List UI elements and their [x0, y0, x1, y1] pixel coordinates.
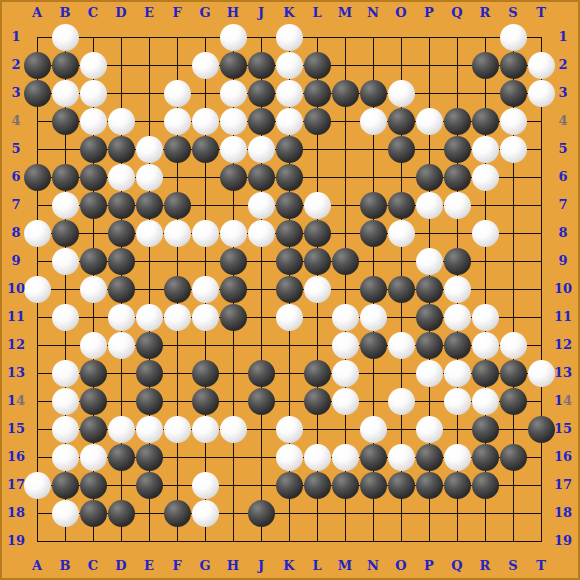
row-label-right-9: 9 [549, 253, 577, 269]
white-stone[interactable] [52, 444, 79, 471]
black-stone[interactable] [472, 416, 499, 443]
white-stone[interactable] [416, 360, 443, 387]
white-stone[interactable] [304, 444, 331, 471]
white-stone[interactable] [80, 276, 107, 303]
white-stone[interactable] [276, 52, 303, 79]
white-stone[interactable] [108, 304, 135, 331]
white-stone[interactable] [52, 416, 79, 443]
white-stone[interactable] [248, 192, 275, 219]
black-stone[interactable] [136, 444, 163, 471]
black-stone[interactable] [304, 52, 331, 79]
white-stone[interactable] [108, 164, 135, 191]
black-stone[interactable] [192, 136, 219, 163]
white-stone[interactable] [136, 304, 163, 331]
white-stone[interactable] [192, 416, 219, 443]
row-label-left-4: 4 [2, 113, 30, 129]
white-stone[interactable] [332, 444, 359, 471]
black-stone[interactable] [52, 472, 79, 499]
black-stone[interactable] [80, 136, 107, 163]
white-stone[interactable] [388, 388, 415, 415]
black-stone[interactable] [108, 248, 135, 275]
white-stone[interactable] [444, 276, 471, 303]
column-label-bottom-G: G [191, 558, 219, 574]
row-label-left-2: 2 [2, 57, 30, 73]
white-stone[interactable] [192, 472, 219, 499]
column-label-top-H: H [219, 5, 247, 21]
column-label-top-G: G [191, 5, 219, 21]
row-label-left-17: 17 [2, 477, 30, 493]
black-stone[interactable] [164, 192, 191, 219]
white-stone[interactable] [80, 80, 107, 107]
black-stone[interactable] [52, 52, 79, 79]
white-stone[interactable] [360, 304, 387, 331]
row-label-right-5: 5 [549, 141, 577, 157]
black-stone[interactable] [416, 472, 443, 499]
white-stone[interactable] [136, 220, 163, 247]
black-stone[interactable] [472, 444, 499, 471]
row-label-left-16: 16 [2, 449, 30, 465]
column-label-top-O: O [387, 5, 415, 21]
black-stone[interactable] [444, 472, 471, 499]
white-stone[interactable] [360, 108, 387, 135]
white-stone[interactable] [80, 444, 107, 471]
white-stone[interactable] [164, 108, 191, 135]
white-stone[interactable] [248, 220, 275, 247]
black-stone[interactable] [304, 220, 331, 247]
go-board-screen: AABBCCDDEEFFGGHHJJKKLLMMNNOOPPQQRRSSTT11… [0, 0, 580, 580]
black-stone[interactable] [360, 332, 387, 359]
black-stone[interactable] [416, 444, 443, 471]
black-stone[interactable] [108, 136, 135, 163]
row-label-left-9: 9 [2, 253, 30, 269]
black-stone[interactable] [304, 108, 331, 135]
black-stone[interactable] [304, 248, 331, 275]
black-stone[interactable] [80, 192, 107, 219]
black-stone[interactable] [388, 472, 415, 499]
column-label-top-A: A [23, 5, 51, 21]
black-stone[interactable] [108, 192, 135, 219]
black-stone[interactable] [360, 276, 387, 303]
column-label-top-R: R [471, 5, 499, 21]
white-stone[interactable] [108, 108, 135, 135]
white-stone[interactable] [220, 136, 247, 163]
black-stone[interactable] [388, 276, 415, 303]
white-stone[interactable] [472, 220, 499, 247]
white-stone[interactable] [136, 136, 163, 163]
black-stone[interactable] [304, 472, 331, 499]
white-stone[interactable] [304, 192, 331, 219]
column-label-bottom-K: K [275, 558, 303, 574]
black-stone[interactable] [220, 52, 247, 79]
black-stone[interactable] [444, 136, 471, 163]
white-stone[interactable] [108, 416, 135, 443]
white-stone[interactable] [52, 388, 79, 415]
black-stone[interactable] [80, 388, 107, 415]
black-stone[interactable] [276, 472, 303, 499]
white-stone[interactable] [416, 108, 443, 135]
black-stone[interactable] [444, 108, 471, 135]
black-stone[interactable] [500, 444, 527, 471]
white-stone[interactable] [472, 388, 499, 415]
white-stone[interactable] [500, 332, 527, 359]
white-stone[interactable] [220, 220, 247, 247]
white-stone[interactable] [304, 276, 331, 303]
white-stone[interactable] [472, 332, 499, 359]
black-stone[interactable] [444, 164, 471, 191]
black-stone[interactable] [472, 472, 499, 499]
black-stone[interactable] [360, 472, 387, 499]
white-stone[interactable] [220, 24, 247, 51]
black-stone[interactable] [52, 220, 79, 247]
row-label-right-4: 4 [549, 113, 577, 129]
column-label-bottom-J: J [247, 558, 275, 574]
white-stone[interactable] [52, 24, 79, 51]
white-stone[interactable] [388, 332, 415, 359]
column-label-bottom-C: C [79, 558, 107, 574]
white-stone[interactable] [276, 24, 303, 51]
white-stone[interactable] [164, 220, 191, 247]
white-stone[interactable] [220, 416, 247, 443]
white-stone[interactable] [52, 304, 79, 331]
row-label-left-12: 12 [2, 337, 30, 353]
white-stone[interactable] [164, 304, 191, 331]
row-label-right-1: 1 [549, 29, 577, 45]
black-stone[interactable] [80, 360, 107, 387]
white-stone[interactable] [360, 416, 387, 443]
black-stone[interactable] [136, 360, 163, 387]
white-stone[interactable] [192, 500, 219, 527]
column-label-top-E: E [135, 5, 163, 21]
column-label-bottom-L: L [303, 558, 331, 574]
column-label-top-L: L [303, 5, 331, 21]
row-label-left-8: 8 [2, 225, 30, 241]
white-stone[interactable] [332, 332, 359, 359]
black-stone[interactable] [360, 444, 387, 471]
white-stone[interactable] [52, 248, 79, 275]
white-stone[interactable] [164, 416, 191, 443]
white-stone[interactable] [136, 416, 163, 443]
black-stone[interactable] [360, 80, 387, 107]
black-stone[interactable] [164, 136, 191, 163]
black-stone[interactable] [248, 360, 275, 387]
column-label-top-J: J [247, 5, 275, 21]
white-stone[interactable] [52, 80, 79, 107]
black-stone[interactable] [108, 500, 135, 527]
black-stone[interactable] [220, 248, 247, 275]
white-stone[interactable] [192, 276, 219, 303]
white-stone[interactable] [192, 52, 219, 79]
column-label-top-Q: Q [443, 5, 471, 21]
black-stone[interactable] [304, 388, 331, 415]
row-label-left-5: 5 [2, 141, 30, 157]
white-stone[interactable] [444, 388, 471, 415]
black-stone[interactable] [108, 220, 135, 247]
column-label-bottom-Q: Q [443, 558, 471, 574]
black-stone[interactable] [388, 192, 415, 219]
column-label-bottom-B: B [51, 558, 79, 574]
white-stone[interactable] [332, 360, 359, 387]
black-stone[interactable] [248, 388, 275, 415]
white-stone[interactable] [80, 108, 107, 135]
black-stone[interactable] [108, 444, 135, 471]
row-label-left-13: 13 [2, 365, 30, 381]
row-label-right-8: 8 [549, 225, 577, 241]
column-label-bottom-M: M [331, 558, 359, 574]
column-label-bottom-R: R [471, 558, 499, 574]
black-stone[interactable] [500, 360, 527, 387]
black-stone[interactable] [136, 332, 163, 359]
white-stone[interactable] [332, 388, 359, 415]
black-stone[interactable] [220, 276, 247, 303]
black-stone[interactable] [500, 52, 527, 79]
black-stone[interactable] [444, 332, 471, 359]
row-label-left-1: 1 [2, 29, 30, 45]
black-stone[interactable] [472, 52, 499, 79]
black-stone[interactable] [220, 164, 247, 191]
black-stone[interactable] [80, 472, 107, 499]
column-label-top-T: T [527, 5, 555, 21]
black-stone[interactable] [248, 108, 275, 135]
black-stone[interactable] [80, 248, 107, 275]
white-stone[interactable] [52, 360, 79, 387]
black-stone[interactable] [276, 248, 303, 275]
black-stone[interactable] [80, 500, 107, 527]
black-stone[interactable] [332, 80, 359, 107]
white-stone[interactable] [192, 304, 219, 331]
row-label-left-3: 3 [2, 85, 30, 101]
column-label-bottom-E: E [135, 558, 163, 574]
black-stone[interactable] [276, 220, 303, 247]
black-stone[interactable] [192, 360, 219, 387]
black-stone[interactable] [52, 108, 79, 135]
white-stone[interactable] [80, 52, 107, 79]
row-label-left-15: 15 [2, 421, 30, 437]
black-stone[interactable] [108, 276, 135, 303]
black-stone[interactable] [416, 304, 443, 331]
black-stone[interactable] [444, 248, 471, 275]
row-label-right-10: 10 [549, 281, 577, 297]
row-label-right-15: 15 [549, 421, 577, 437]
white-stone[interactable] [500, 24, 527, 51]
black-stone[interactable] [360, 220, 387, 247]
column-label-bottom-S: S [499, 558, 527, 574]
white-stone[interactable] [164, 80, 191, 107]
black-stone[interactable] [388, 108, 415, 135]
white-stone[interactable] [80, 332, 107, 359]
white-stone[interactable] [136, 164, 163, 191]
black-stone[interactable] [276, 164, 303, 191]
white-stone[interactable] [388, 444, 415, 471]
black-stone[interactable] [304, 360, 331, 387]
column-label-top-P: P [415, 5, 443, 21]
white-stone[interactable] [192, 220, 219, 247]
white-stone[interactable] [472, 304, 499, 331]
black-stone[interactable] [136, 388, 163, 415]
black-stone[interactable] [52, 164, 79, 191]
column-label-top-F: F [163, 5, 191, 21]
white-stone[interactable] [388, 220, 415, 247]
row-label-right-13: 13 [549, 365, 577, 381]
column-label-top-M: M [331, 5, 359, 21]
column-label-top-D: D [107, 5, 135, 21]
white-stone[interactable] [108, 332, 135, 359]
black-stone[interactable] [500, 80, 527, 107]
column-label-bottom-F: F [163, 558, 191, 574]
black-stone[interactable] [136, 472, 163, 499]
column-label-bottom-P: P [415, 558, 443, 574]
row-label-right-3: 3 [549, 85, 577, 101]
white-stone[interactable] [388, 80, 415, 107]
row-label-left-18: 18 [2, 505, 30, 521]
black-stone[interactable] [388, 136, 415, 163]
column-label-bottom-D: D [107, 558, 135, 574]
black-stone[interactable] [332, 248, 359, 275]
black-stone[interactable] [248, 164, 275, 191]
white-stone[interactable] [500, 108, 527, 135]
white-stone[interactable] [444, 444, 471, 471]
column-label-top-C: C [79, 5, 107, 21]
white-stone[interactable] [192, 108, 219, 135]
white-stone[interactable] [500, 136, 527, 163]
white-stone[interactable] [220, 108, 247, 135]
row-label-right-14: 14 [549, 393, 577, 409]
row-label-left-10: 10 [2, 281, 30, 297]
white-stone[interactable] [472, 164, 499, 191]
row-label-right-11: 11 [549, 309, 577, 325]
row-label-left-11: 11 [2, 309, 30, 325]
white-stone[interactable] [276, 80, 303, 107]
black-stone[interactable] [192, 388, 219, 415]
black-stone[interactable] [80, 416, 107, 443]
column-label-bottom-O: O [387, 558, 415, 574]
black-stone[interactable] [332, 472, 359, 499]
row-label-right-12: 12 [549, 337, 577, 353]
white-stone[interactable] [52, 192, 79, 219]
row-label-right-2: 2 [549, 57, 577, 73]
black-stone[interactable] [276, 276, 303, 303]
black-stone[interactable] [276, 136, 303, 163]
black-stone[interactable] [304, 80, 331, 107]
black-stone[interactable] [80, 164, 107, 191]
row-label-right-19: 19 [549, 533, 577, 549]
white-stone[interactable] [276, 108, 303, 135]
black-stone[interactable] [164, 500, 191, 527]
white-stone[interactable] [220, 80, 247, 107]
row-label-left-19: 19 [2, 533, 30, 549]
white-stone[interactable] [444, 304, 471, 331]
column-label-bottom-N: N [359, 558, 387, 574]
black-stone[interactable] [416, 164, 443, 191]
row-label-left-7: 7 [2, 197, 30, 213]
white-stone[interactable] [416, 192, 443, 219]
black-stone[interactable] [360, 192, 387, 219]
black-stone[interactable] [248, 500, 275, 527]
black-stone[interactable] [416, 276, 443, 303]
column-label-top-N: N [359, 5, 387, 21]
row-label-left-6: 6 [2, 169, 30, 185]
column-label-top-K: K [275, 5, 303, 21]
black-stone[interactable] [136, 192, 163, 219]
black-stone[interactable] [220, 304, 247, 331]
black-stone[interactable] [248, 52, 275, 79]
black-stone[interactable] [164, 276, 191, 303]
white-stone[interactable] [276, 304, 303, 331]
black-stone[interactable] [472, 108, 499, 135]
column-label-bottom-A: A [23, 558, 51, 574]
column-label-top-S: S [499, 5, 527, 21]
white-stone[interactable] [416, 416, 443, 443]
black-stone[interactable] [500, 388, 527, 415]
white-stone[interactable] [444, 192, 471, 219]
white-stone[interactable] [444, 360, 471, 387]
row-label-right-7: 7 [549, 197, 577, 213]
white-stone[interactable] [416, 248, 443, 275]
white-stone[interactable] [276, 444, 303, 471]
white-stone[interactable] [248, 136, 275, 163]
row-label-left-14: 14 [2, 393, 30, 409]
white-stone[interactable] [52, 500, 79, 527]
black-stone[interactable] [248, 80, 275, 107]
row-label-right-6: 6 [549, 169, 577, 185]
column-label-top-B: B [51, 5, 79, 21]
white-stone[interactable] [276, 416, 303, 443]
row-label-right-16: 16 [549, 449, 577, 465]
white-stone[interactable] [332, 304, 359, 331]
column-label-bottom-H: H [219, 558, 247, 574]
row-label-right-17: 17 [549, 477, 577, 493]
column-label-bottom-T: T [527, 558, 555, 574]
black-stone[interactable] [472, 360, 499, 387]
black-stone[interactable] [416, 332, 443, 359]
row-label-right-18: 18 [549, 505, 577, 521]
white-stone[interactable] [472, 136, 499, 163]
black-stone[interactable] [276, 192, 303, 219]
